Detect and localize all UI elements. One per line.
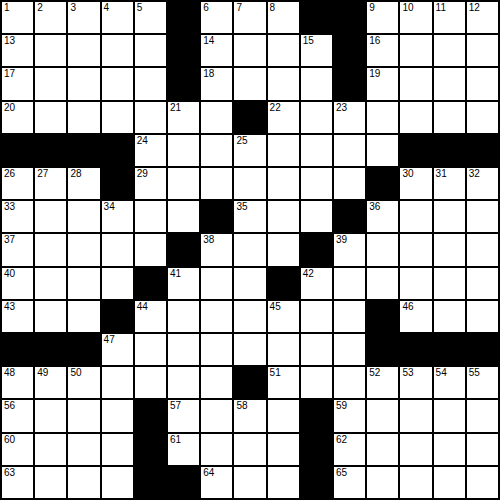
clue-number-27: 27	[37, 168, 48, 179]
cell-r11c6[interactable]	[168, 334, 199, 365]
clue-number-6: 6	[203, 2, 209, 13]
black-cell-r5c3	[68, 135, 99, 166]
cell-r12c9[interactable]: 51	[268, 367, 299, 398]
cell-r12c2[interactable]: 49	[35, 367, 66, 398]
cell-r6c2[interactable]: 27	[35, 168, 66, 199]
cell-r10c5[interactable]: 44	[135, 301, 166, 332]
clue-number-11: 11	[436, 2, 446, 13]
cell-r1c13[interactable]: 10	[400, 2, 431, 33]
black-cell-r11c3	[68, 334, 99, 365]
clue-number-65: 65	[336, 467, 347, 478]
clue-number-50: 50	[70, 367, 81, 378]
cell-r7c12[interactable]: 36	[367, 201, 398, 232]
cell-r11c9[interactable]	[268, 334, 299, 365]
cell-r6c8[interactable]	[234, 168, 265, 199]
cell-r15c1[interactable]: 63	[2, 467, 33, 498]
cell-r2c4[interactable]	[102, 35, 133, 66]
clue-number-31: 31	[436, 168, 447, 179]
cell-r7c1[interactable]: 33	[2, 201, 33, 232]
clue-number-53: 53	[402, 367, 413, 378]
cell-r5c10[interactable]	[301, 135, 332, 166]
clue-number-20: 20	[4, 102, 15, 113]
clue-number-47: 47	[104, 334, 115, 345]
cell-r1c2[interactable]: 2	[35, 2, 66, 33]
cell-r15c14[interactable]	[434, 467, 465, 498]
clue-number-64: 64	[203, 467, 214, 478]
cell-r3c12[interactable]: 19	[367, 68, 398, 99]
black-cell-r7c11	[334, 201, 365, 232]
crossword-board: 1234567891011121314151617181920212223242…	[0, 0, 500, 500]
clue-number-22: 22	[270, 102, 281, 113]
cell-r8c12[interactable]	[367, 234, 398, 265]
cell-r2c7[interactable]: 14	[201, 35, 232, 66]
cell-r6c6[interactable]	[168, 168, 199, 199]
clue-number-23: 23	[336, 102, 347, 113]
cell-r13c4[interactable]	[102, 400, 133, 431]
cell-r12c15[interactable]: 55	[467, 367, 498, 398]
cell-r11c10[interactable]	[301, 334, 332, 365]
cell-r6c15[interactable]: 32	[467, 168, 498, 199]
cell-r3c4[interactable]	[102, 68, 133, 99]
cell-r10c9[interactable]: 45	[268, 301, 299, 332]
cell-r4c10[interactable]	[301, 102, 332, 133]
cell-r8c3[interactable]	[68, 234, 99, 265]
cell-r7c8[interactable]: 35	[234, 201, 265, 232]
clue-number-52: 52	[369, 367, 380, 378]
cell-r4c13[interactable]	[400, 102, 431, 133]
cell-r6c13[interactable]: 30	[400, 168, 431, 199]
black-cell-r10c4	[102, 301, 133, 332]
clue-number-26: 26	[4, 168, 15, 179]
cell-r1c14[interactable]: 11	[434, 2, 465, 33]
cell-r7c2[interactable]	[35, 201, 66, 232]
cell-r3c3[interactable]	[68, 68, 99, 99]
clue-number-41: 41	[170, 268, 181, 279]
cell-r4c7[interactable]	[201, 102, 232, 133]
black-cell-r10c12	[367, 301, 398, 332]
clue-number-54: 54	[436, 367, 447, 378]
clue-number-62: 62	[336, 434, 347, 445]
cell-r8c4[interactable]	[102, 234, 133, 265]
cell-r12c13[interactable]: 53	[400, 367, 431, 398]
clue-number-14: 14	[203, 35, 214, 46]
black-cell-r5c1	[2, 135, 33, 166]
cell-r1c5[interactable]: 5	[135, 2, 166, 33]
cell-r7c5[interactable]	[135, 201, 166, 232]
cell-r15c2[interactable]	[35, 467, 66, 498]
cell-r4c5[interactable]	[135, 102, 166, 133]
cell-r10c15[interactable]	[467, 301, 498, 332]
cell-r14c13[interactable]	[400, 434, 431, 465]
cell-r7c6[interactable]	[168, 201, 199, 232]
cell-r2c10[interactable]: 15	[301, 35, 332, 66]
black-cell-r5c2	[35, 135, 66, 166]
clue-number-32: 32	[469, 168, 480, 179]
cell-r5c5[interactable]: 24	[135, 135, 166, 166]
cell-r15c3[interactable]	[68, 467, 99, 498]
cell-r2c9[interactable]	[268, 35, 299, 66]
cell-r7c15[interactable]	[467, 201, 498, 232]
cell-r7c4[interactable]: 34	[102, 201, 133, 232]
black-cell-r11c2	[35, 334, 66, 365]
clue-number-12: 12	[469, 2, 480, 13]
cell-r13c3[interactable]	[68, 400, 99, 431]
cell-r13c7[interactable]	[201, 400, 232, 431]
cell-r9c14[interactable]	[434, 268, 465, 299]
clue-number-8: 8	[270, 2, 276, 13]
cell-r13c2[interactable]	[35, 400, 66, 431]
cell-r14c8[interactable]	[234, 434, 265, 465]
black-cell-r12c8	[234, 367, 265, 398]
cell-r14c15[interactable]	[467, 434, 498, 465]
cell-r10c6[interactable]	[168, 301, 199, 332]
black-cell-r15c10	[301, 467, 332, 498]
cell-r1c12[interactable]: 9	[367, 2, 398, 33]
clue-number-51: 51	[270, 367, 281, 378]
clue-number-39: 39	[336, 234, 347, 245]
cell-r2c14[interactable]	[434, 35, 465, 66]
cell-r7c3[interactable]	[68, 201, 99, 232]
black-cell-r9c9	[268, 268, 299, 299]
cell-r3c5[interactable]	[135, 68, 166, 99]
cell-r1c9[interactable]: 8	[268, 2, 299, 33]
black-cell-r2c11	[334, 35, 365, 66]
black-cell-r3c6	[168, 68, 199, 99]
clue-number-19: 19	[369, 68, 380, 79]
cell-r14c7[interactable]	[201, 434, 232, 465]
clue-number-25: 25	[236, 135, 247, 146]
cell-r9c7[interactable]	[201, 268, 232, 299]
cell-r12c6[interactable]	[168, 367, 199, 398]
clue-number-15: 15	[303, 35, 314, 46]
clue-number-2: 2	[37, 2, 43, 13]
clue-number-57: 57	[170, 400, 181, 411]
cell-r9c3[interactable]	[68, 268, 99, 299]
black-cell-r4c8	[234, 102, 265, 133]
cell-r11c8[interactable]	[234, 334, 265, 365]
cell-r12c1[interactable]: 48	[2, 367, 33, 398]
cell-r12c12[interactable]: 52	[367, 367, 398, 398]
clue-number-36: 36	[369, 201, 380, 212]
clue-number-38: 38	[203, 234, 214, 245]
cell-r6c7[interactable]	[201, 168, 232, 199]
cell-r10c13[interactable]: 46	[400, 301, 431, 332]
cell-r6c5[interactable]: 29	[135, 168, 166, 199]
clue-number-63: 63	[4, 467, 15, 478]
cell-r13c14[interactable]	[434, 400, 465, 431]
cell-r9c8[interactable]	[234, 268, 265, 299]
cell-r9c12[interactable]	[367, 268, 398, 299]
cell-r6c14[interactable]: 31	[434, 168, 465, 199]
cell-r12c3[interactable]: 50	[68, 367, 99, 398]
cell-r3c14[interactable]	[434, 68, 465, 99]
black-cell-r13c10	[301, 400, 332, 431]
cell-r4c12[interactable]	[367, 102, 398, 133]
cell-r11c11[interactable]	[334, 334, 365, 365]
cell-r6c9[interactable]	[268, 168, 299, 199]
clue-number-42: 42	[303, 268, 314, 279]
cell-r10c10[interactable]	[301, 301, 332, 332]
cell-r2c8[interactable]	[234, 35, 265, 66]
cell-r8c8[interactable]	[234, 234, 265, 265]
cell-r9c10[interactable]: 42	[301, 268, 332, 299]
cell-r1c7[interactable]: 6	[201, 2, 232, 33]
cell-r4c2[interactable]	[35, 102, 66, 133]
clue-number-33: 33	[4, 201, 15, 212]
clue-number-43: 43	[4, 301, 15, 312]
black-cell-r15c6	[168, 467, 199, 498]
cell-r12c11[interactable]	[334, 367, 365, 398]
clue-number-48: 48	[4, 367, 15, 378]
clue-number-3: 3	[70, 2, 76, 13]
clue-number-55: 55	[469, 367, 480, 378]
cell-r15c11[interactable]: 65	[334, 467, 365, 498]
cell-r3c8[interactable]	[234, 68, 265, 99]
cell-r10c2[interactable]	[35, 301, 66, 332]
cell-r15c7[interactable]: 64	[201, 467, 232, 498]
cell-r10c3[interactable]	[68, 301, 99, 332]
cell-r14c9[interactable]	[268, 434, 299, 465]
cell-r14c3[interactable]	[68, 434, 99, 465]
black-cell-r11c15	[467, 334, 498, 365]
cell-r7c14[interactable]	[434, 201, 465, 232]
cell-r9c6[interactable]: 41	[168, 268, 199, 299]
black-cell-r8c6	[168, 234, 199, 265]
cell-r14c11[interactable]: 62	[334, 434, 365, 465]
cell-r14c6[interactable]: 61	[168, 434, 199, 465]
black-cell-r5c13	[400, 135, 431, 166]
black-cell-r13c5	[135, 400, 166, 431]
clue-number-56: 56	[4, 400, 15, 411]
cell-r2c1[interactable]: 13	[2, 35, 33, 66]
clue-number-61: 61	[170, 434, 181, 445]
black-cell-r1c11	[334, 2, 365, 33]
cell-r10c1[interactable]: 43	[2, 301, 33, 332]
black-cell-r11c12	[367, 334, 398, 365]
cell-r8c13[interactable]	[400, 234, 431, 265]
cell-r5c6[interactable]	[168, 135, 199, 166]
black-cell-r7c7	[201, 201, 232, 232]
black-cell-r15c5	[135, 467, 166, 498]
cell-r2c2[interactable]	[35, 35, 66, 66]
clue-number-1: 1	[4, 2, 10, 13]
cell-r2c5[interactable]	[135, 35, 166, 66]
cell-r3c7[interactable]: 18	[201, 68, 232, 99]
cell-r5c9[interactable]	[268, 135, 299, 166]
clue-number-21: 21	[170, 102, 181, 113]
cell-r7c10[interactable]	[301, 201, 332, 232]
black-cell-r5c14	[434, 135, 465, 166]
cell-r4c9[interactable]: 22	[268, 102, 299, 133]
cell-r14c2[interactable]	[35, 434, 66, 465]
cell-r4c3[interactable]	[68, 102, 99, 133]
clue-number-17: 17	[4, 68, 15, 79]
clue-number-60: 60	[4, 434, 15, 445]
clue-number-45: 45	[270, 301, 281, 312]
cell-r4c1[interactable]: 20	[2, 102, 33, 133]
clue-number-40: 40	[4, 268, 15, 279]
black-cell-r11c13	[400, 334, 431, 365]
cell-r11c4[interactable]: 47	[102, 334, 133, 365]
black-cell-r11c1	[2, 334, 33, 365]
cell-r13c12[interactable]	[367, 400, 398, 431]
cell-r11c5[interactable]	[135, 334, 166, 365]
cell-r1c8[interactable]: 7	[234, 2, 265, 33]
clue-number-59: 59	[336, 400, 347, 411]
black-cell-r6c12	[367, 168, 398, 199]
cell-r2c13[interactable]	[400, 35, 431, 66]
black-cell-r14c10	[301, 434, 332, 465]
clue-number-16: 16	[369, 35, 380, 46]
clue-number-7: 7	[236, 2, 242, 13]
black-cell-r11c14	[434, 334, 465, 365]
cell-r1c1[interactable]: 1	[2, 2, 33, 33]
cell-r6c10[interactable]	[301, 168, 332, 199]
cell-r10c14[interactable]	[434, 301, 465, 332]
cell-r9c4[interactable]	[102, 268, 133, 299]
cell-r14c4[interactable]	[102, 434, 133, 465]
black-cell-r9c5	[135, 268, 166, 299]
cell-r3c9[interactable]	[268, 68, 299, 99]
cell-r15c8[interactable]	[234, 467, 265, 498]
cell-r13c8[interactable]: 58	[234, 400, 265, 431]
black-cell-r5c4	[102, 135, 133, 166]
cell-r14c1[interactable]: 60	[2, 434, 33, 465]
cell-r8c2[interactable]	[35, 234, 66, 265]
clue-number-4: 4	[104, 2, 110, 13]
clue-number-18: 18	[203, 68, 214, 79]
cell-r1c3[interactable]: 3	[68, 2, 99, 33]
cell-r7c9[interactable]	[268, 201, 299, 232]
cell-r4c4[interactable]	[102, 102, 133, 133]
cell-r14c14[interactable]	[434, 434, 465, 465]
cell-r15c15[interactable]	[467, 467, 498, 498]
cell-r12c10[interactable]	[301, 367, 332, 398]
cell-r15c13[interactable]	[400, 467, 431, 498]
black-cell-r5c15	[467, 135, 498, 166]
cell-r13c6[interactable]: 57	[168, 400, 199, 431]
black-cell-r1c6	[168, 2, 199, 33]
cell-r6c11[interactable]	[334, 168, 365, 199]
clue-number-9: 9	[369, 2, 375, 13]
cell-r2c3[interactable]	[68, 35, 99, 66]
clue-number-49: 49	[37, 367, 48, 378]
cell-r9c15[interactable]	[467, 268, 498, 299]
cell-r5c12[interactable]	[367, 135, 398, 166]
black-cell-r14c5	[135, 434, 166, 465]
black-cell-r3c11	[334, 68, 365, 99]
clue-number-44: 44	[137, 301, 148, 312]
clue-number-35: 35	[236, 201, 247, 212]
cell-r15c4[interactable]	[102, 467, 133, 498]
clue-number-29: 29	[137, 168, 148, 179]
cell-r2c15[interactable]	[467, 35, 498, 66]
black-cell-r8c10	[301, 234, 332, 265]
cell-r5c11[interactable]	[334, 135, 365, 166]
cell-r6c3[interactable]: 28	[68, 168, 99, 199]
cell-r9c13[interactable]	[400, 268, 431, 299]
cell-r8c11[interactable]: 39	[334, 234, 365, 265]
cell-r12c14[interactable]: 54	[434, 367, 465, 398]
cell-r10c8[interactable]	[234, 301, 265, 332]
clue-number-5: 5	[137, 2, 143, 13]
cell-r4c14[interactable]	[434, 102, 465, 133]
cell-r14c12[interactable]	[367, 434, 398, 465]
cell-r15c9[interactable]	[268, 467, 299, 498]
clue-number-13: 13	[4, 35, 15, 46]
cell-r12c5[interactable]	[135, 367, 166, 398]
cell-r3c10[interactable]	[301, 68, 332, 99]
cell-r3c1[interactable]: 17	[2, 68, 33, 99]
cell-r9c2[interactable]	[35, 268, 66, 299]
cell-r4c11[interactable]: 23	[334, 102, 365, 133]
cell-r12c4[interactable]	[102, 367, 133, 398]
cell-r13c9[interactable]	[268, 400, 299, 431]
cell-r13c15[interactable]	[467, 400, 498, 431]
clue-number-58: 58	[236, 400, 247, 411]
black-cell-r6c4	[102, 168, 133, 199]
clue-number-37: 37	[4, 234, 15, 245]
clue-number-10: 10	[402, 2, 413, 13]
cell-r2c12[interactable]: 16	[367, 35, 398, 66]
cell-r4c6[interactable]: 21	[168, 102, 199, 133]
cell-r1c4[interactable]: 4	[102, 2, 133, 33]
cell-r9c11[interactable]	[334, 268, 365, 299]
cell-r8c1[interactable]: 37	[2, 234, 33, 265]
cell-r8c14[interactable]	[434, 234, 465, 265]
cell-r1c15[interactable]: 12	[467, 2, 498, 33]
cell-r5c8[interactable]: 25	[234, 135, 265, 166]
clue-number-24: 24	[137, 135, 148, 146]
clue-number-30: 30	[402, 168, 413, 179]
black-cell-r2c6	[168, 35, 199, 66]
cell-r8c5[interactable]	[135, 234, 166, 265]
cell-r8c7[interactable]: 38	[201, 234, 232, 265]
cell-r3c15[interactable]	[467, 68, 498, 99]
cell-r13c11[interactable]: 59	[334, 400, 365, 431]
cell-r7c13[interactable]	[400, 201, 431, 232]
cell-r6c1[interactable]: 26	[2, 168, 33, 199]
cell-r3c13[interactable]	[400, 68, 431, 99]
cell-r4c15[interactable]	[467, 102, 498, 133]
cell-r15c12[interactable]	[367, 467, 398, 498]
cell-r11c7[interactable]	[201, 334, 232, 365]
cell-r9c1[interactable]: 40	[2, 268, 33, 299]
clue-number-28: 28	[70, 168, 81, 179]
cell-r10c7[interactable]	[201, 301, 232, 332]
cell-r8c15[interactable]	[467, 234, 498, 265]
clue-number-46: 46	[402, 301, 413, 312]
cell-r10c11[interactable]	[334, 301, 365, 332]
cell-r8c9[interactable]	[268, 234, 299, 265]
cell-r12c7[interactable]	[201, 367, 232, 398]
cell-r13c1[interactable]: 56	[2, 400, 33, 431]
cell-r5c7[interactable]	[201, 135, 232, 166]
clue-number-34: 34	[104, 201, 115, 212]
cell-r3c2[interactable]	[35, 68, 66, 99]
black-cell-r1c10	[301, 2, 332, 33]
cell-r13c13[interactable]	[400, 400, 431, 431]
